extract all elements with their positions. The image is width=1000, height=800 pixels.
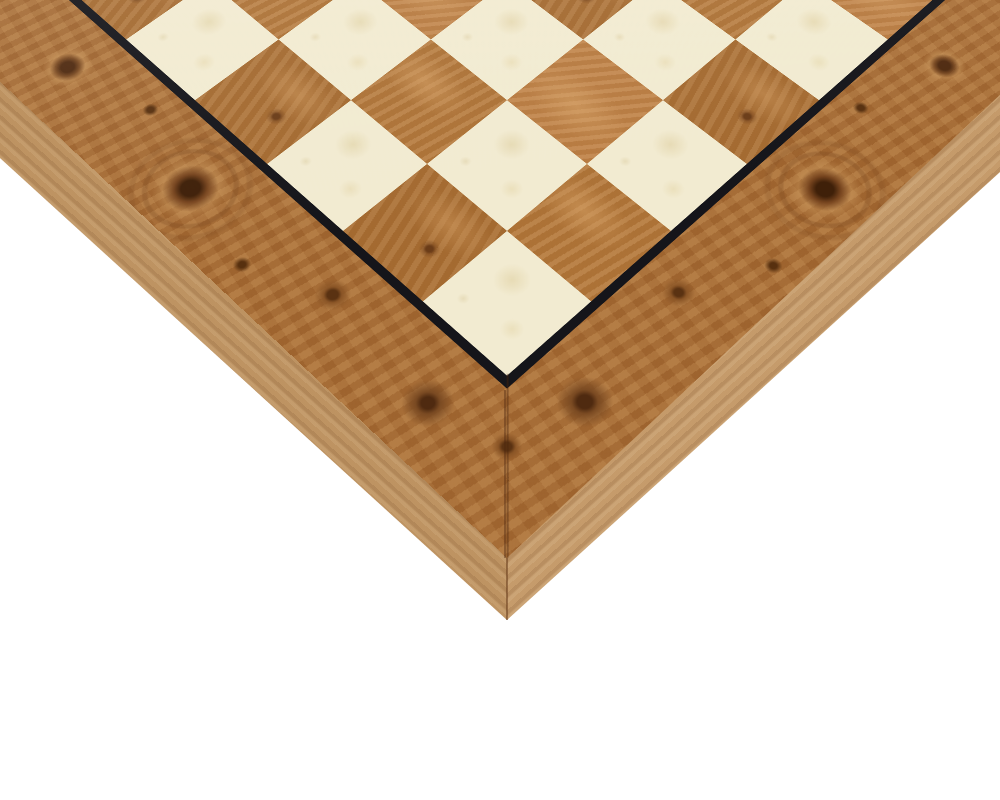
photo-canvas — [0, 0, 1000, 800]
border-miter-seam — [507, 374, 509, 558]
border-inlay-line — [0, 0, 1000, 389]
board-squares-grid — [0, 0, 1000, 376]
side-edge-miter-seam — [506, 556, 508, 620]
border-corner-seam-top — [504, 390, 506, 558]
